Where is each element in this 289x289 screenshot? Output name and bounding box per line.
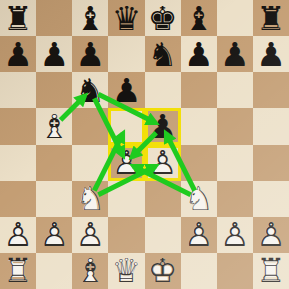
white-piece-fill: ♝ [72,253,108,289]
piece-white-queen-d1: ♛♕ [108,253,144,289]
black-piece-glyph: ♟ [72,36,108,72]
square-d8[interactable]: ♛ [108,0,144,36]
black-piece-glyph: ♟ [145,108,181,144]
square-d3[interactable] [108,181,144,217]
square-g5[interactable] [217,108,253,144]
white-piece-outline: ♙ [181,217,217,253]
square-h3[interactable] [253,181,289,217]
white-piece-outline: ♙ [253,217,289,253]
square-e5[interactable]: ♟ [145,108,181,144]
square-h1[interactable]: ♜♖ [253,253,289,289]
square-e4[interactable]: ♟♙ [145,145,181,181]
piece-white-pawn-h2: ♟♙ [253,217,289,253]
piece-black-pawn-b7: ♟ [36,36,72,72]
piece-white-pawn-e4: ♟♙ [145,145,181,181]
white-piece-fill: ♜ [0,253,36,289]
piece-white-pawn-d4: ♟♙ [108,145,144,181]
square-c2[interactable]: ♟♙ [72,217,108,253]
white-piece-outline: ♙ [108,145,144,181]
square-a4[interactable] [0,145,36,181]
black-piece-glyph: ♝ [181,0,217,36]
black-piece-glyph: ♟ [36,36,72,72]
square-h2[interactable]: ♟♙ [253,217,289,253]
square-d5[interactable] [108,108,144,144]
piece-black-rook-h8: ♜ [253,0,289,36]
black-piece-glyph: ♛ [108,0,144,36]
white-piece-outline: ♙ [145,145,181,181]
white-piece-outline: ♘ [181,181,217,217]
square-b4[interactable] [36,145,72,181]
piece-white-bishop-b5: ♝♗ [36,108,72,144]
white-piece-outline: ♔ [145,253,181,289]
square-c8[interactable]: ♝ [72,0,108,36]
square-g7[interactable]: ♟ [217,36,253,72]
square-g3[interactable] [217,181,253,217]
square-d1[interactable]: ♛♕ [108,253,144,289]
white-piece-fill: ♞ [72,181,108,217]
black-piece-glyph: ♟ [108,72,144,108]
piece-white-pawn-c2: ♟♙ [72,217,108,253]
square-a8[interactable]: ♜ [0,0,36,36]
square-f8[interactable]: ♝ [181,0,217,36]
piece-black-rook-a8: ♜ [0,0,36,36]
piece-white-rook-a1: ♜♖ [0,253,36,289]
square-e8[interactable]: ♚ [145,0,181,36]
square-e3[interactable] [145,181,181,217]
white-piece-fill: ♟ [253,217,289,253]
piece-black-pawn-c7: ♟ [72,36,108,72]
square-d6[interactable]: ♟ [108,72,144,108]
square-b8[interactable] [36,0,72,36]
piece-white-pawn-a2: ♟♙ [0,217,36,253]
piece-black-pawn-h7: ♟ [253,36,289,72]
piece-black-pawn-g7: ♟ [217,36,253,72]
piece-white-pawn-b2: ♟♙ [36,217,72,253]
square-f7[interactable]: ♟ [181,36,217,72]
white-piece-outline: ♗ [36,108,72,144]
square-a1[interactable]: ♜♖ [0,253,36,289]
square-e2[interactable] [145,217,181,253]
white-piece-outline: ♙ [72,217,108,253]
piece-white-bishop-c1: ♝♗ [72,253,108,289]
white-piece-fill: ♜ [253,253,289,289]
white-piece-outline: ♖ [0,253,36,289]
square-f1[interactable] [181,253,217,289]
white-piece-fill: ♚ [145,253,181,289]
piece-black-bishop-f8: ♝ [181,0,217,36]
square-f6[interactable] [181,72,217,108]
square-g2[interactable]: ♟♙ [217,217,253,253]
square-a6[interactable] [0,72,36,108]
piece-white-pawn-g2: ♟♙ [217,217,253,253]
square-e7[interactable]: ♞ [145,36,181,72]
black-piece-glyph: ♟ [181,36,217,72]
white-piece-fill: ♟ [108,145,144,181]
square-b3[interactable] [36,181,72,217]
white-piece-outline: ♗ [72,253,108,289]
piece-black-bishop-c8: ♝ [72,0,108,36]
piece-white-king-e1: ♚♔ [145,253,181,289]
square-h8[interactable]: ♜ [253,0,289,36]
square-g4[interactable] [217,145,253,181]
black-piece-glyph: ♟ [0,36,36,72]
black-piece-glyph: ♚ [145,0,181,36]
square-h7[interactable]: ♟ [253,36,289,72]
square-b5[interactable]: ♝♗ [36,108,72,144]
square-h5[interactable] [253,108,289,144]
square-c4[interactable] [72,145,108,181]
piece-white-rook-h1: ♜♖ [253,253,289,289]
square-d2[interactable] [108,217,144,253]
square-b6[interactable] [36,72,72,108]
square-c3[interactable]: ♞♘ [72,181,108,217]
square-a5[interactable] [0,108,36,144]
square-c6[interactable]: ♞ [72,72,108,108]
square-d4[interactable]: ♟♙ [108,145,144,181]
square-h4[interactable] [253,145,289,181]
piece-white-pawn-f2: ♟♙ [181,217,217,253]
black-piece-glyph: ♟ [217,36,253,72]
white-piece-fill: ♟ [72,217,108,253]
white-piece-outline: ♙ [36,217,72,253]
white-piece-fill: ♞ [181,181,217,217]
square-g1[interactable] [217,253,253,289]
square-f2[interactable]: ♟♙ [181,217,217,253]
square-b2[interactable]: ♟♙ [36,217,72,253]
piece-black-pawn-f7: ♟ [181,36,217,72]
black-piece-glyph: ♜ [253,0,289,36]
square-h6[interactable] [253,72,289,108]
white-piece-fill: ♟ [181,217,217,253]
square-e1[interactable]: ♚♔ [145,253,181,289]
black-piece-glyph: ♜ [0,0,36,36]
square-g8[interactable] [217,0,253,36]
white-piece-fill: ♟ [0,217,36,253]
square-d7[interactable] [108,36,144,72]
white-piece-fill: ♟ [145,145,181,181]
piece-white-knight-f3: ♞♘ [181,181,217,217]
white-piece-fill: ♛ [108,253,144,289]
piece-white-knight-c3: ♞♘ [72,181,108,217]
chess-board-screenshot: ♜♝♛♚♝♜♟♟♟♞♟♟♟♞♟♝♗♟♟♙♟♙♞♘♞♘♟♙♟♙♟♙♟♙♟♙♟♙♜♖… [0,0,289,289]
white-piece-fill: ♝ [36,108,72,144]
square-b1[interactable] [36,253,72,289]
white-piece-outline: ♙ [0,217,36,253]
black-piece-glyph: ♟ [253,36,289,72]
square-c1[interactable]: ♝♗ [72,253,108,289]
square-g6[interactable] [217,72,253,108]
white-piece-outline: ♖ [253,253,289,289]
white-piece-outline: ♘ [72,181,108,217]
square-a7[interactable]: ♟ [0,36,36,72]
square-b7[interactable]: ♟ [36,36,72,72]
white-piece-outline: ♙ [217,217,253,253]
piece-black-king-e8: ♚ [145,0,181,36]
piece-black-queen-d8: ♛ [108,0,144,36]
square-e6[interactable] [145,72,181,108]
square-c7[interactable]: ♟ [72,36,108,72]
square-f5[interactable] [181,108,217,144]
white-piece-outline: ♕ [108,253,144,289]
chess-board: ♜♝♛♚♝♜♟♟♟♞♟♟♟♞♟♝♗♟♟♙♟♙♞♘♞♘♟♙♟♙♟♙♟♙♟♙♟♙♜♖… [0,0,289,289]
black-piece-glyph: ♞ [72,72,108,108]
black-piece-glyph: ♝ [72,0,108,36]
white-piece-fill: ♟ [217,217,253,253]
piece-black-pawn-a7: ♟ [0,36,36,72]
piece-black-knight-e7: ♞ [145,36,181,72]
black-piece-glyph: ♞ [145,36,181,72]
square-a2[interactable]: ♟♙ [0,217,36,253]
piece-black-pawn-d6: ♟ [108,72,144,108]
white-piece-fill: ♟ [36,217,72,253]
piece-black-knight-c6: ♞ [72,72,108,108]
square-c5[interactable] [72,108,108,144]
square-f3[interactable]: ♞♘ [181,181,217,217]
square-f4[interactable] [181,145,217,181]
square-a3[interactable] [0,181,36,217]
piece-black-pawn-e5: ♟ [145,108,181,144]
